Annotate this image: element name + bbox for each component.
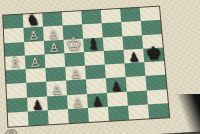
piece-white-pawn-c7: ♙ <box>48 28 59 40</box>
square-e6: ♝ <box>83 37 104 52</box>
piece-white-pawn-b5: ♙ <box>30 57 41 69</box>
square-h1 <box>148 103 169 118</box>
piece-black-pawn-b2: ♟ <box>32 98 43 111</box>
square-g1 <box>128 104 149 119</box>
square-e4 <box>85 65 106 80</box>
chess-board-mat: ♞♙♙♙♔♝♗♙♟♚♙♙♟♟♙♟ <box>0 0 200 134</box>
square-f5 <box>104 50 125 65</box>
board-logo-stamp <box>5 129 16 134</box>
square-a6 <box>4 42 24 57</box>
piece-white-pawn-c6: ♙ <box>48 42 59 54</box>
piece-black-pawn-g5: ♟ <box>128 51 140 63</box>
square-e5 <box>84 51 105 66</box>
square-a2 <box>7 97 28 112</box>
square-g6 <box>122 35 143 50</box>
square-b7: ♙ <box>23 27 43 42</box>
square-e7 <box>82 23 103 38</box>
square-g4 <box>125 62 146 77</box>
piece-white-pawn-c3: ♙ <box>51 83 62 95</box>
square-f8 <box>101 9 122 24</box>
piece-white-pawn-d4: ♙ <box>70 68 81 80</box>
board-photo-scene: ♞♙♙♙♔♝♗♙♟♚♙♙♟♟♙♟ <box>0 0 200 134</box>
square-f6 <box>103 36 124 51</box>
square-d3 <box>66 80 87 95</box>
square-h6 <box>142 34 163 49</box>
square-c3: ♙ <box>46 81 67 96</box>
square-c1 <box>48 109 69 124</box>
square-b4 <box>26 68 47 83</box>
square-d1 <box>68 108 89 123</box>
square-c8 <box>42 12 62 27</box>
piece-black-pawn-f3: ♟ <box>111 80 123 92</box>
square-b5: ♙ <box>25 54 46 69</box>
square-f4 <box>105 63 126 78</box>
piece-black-bishop-e6: ♝ <box>86 37 100 52</box>
piece-white-pawn-b7: ♙ <box>28 29 39 41</box>
square-c5 <box>45 53 66 68</box>
square-d7 <box>63 25 84 40</box>
square-b3 <box>26 82 47 97</box>
square-g8 <box>120 8 141 23</box>
square-g7 <box>121 21 142 36</box>
piece-white-pawn-d2: ♙ <box>72 96 84 109</box>
square-c4 <box>45 67 66 82</box>
square-c7: ♙ <box>43 26 63 41</box>
square-e8 <box>81 10 101 25</box>
square-b2: ♟ <box>27 96 48 111</box>
table-edge-shadow <box>174 94 200 134</box>
square-h3 <box>145 75 166 90</box>
square-h2 <box>147 89 168 104</box>
square-e2: ♟ <box>87 92 108 107</box>
square-c2 <box>47 95 68 110</box>
square-b8: ♞ <box>23 13 43 28</box>
square-f1 <box>108 105 129 120</box>
square-d4: ♙ <box>65 66 86 81</box>
square-f7 <box>102 22 123 37</box>
square-h5: ♚ <box>143 47 164 62</box>
square-d6: ♔ <box>63 38 84 53</box>
square-f2 <box>107 91 128 106</box>
square-a5: ♗ <box>5 55 25 70</box>
square-g2 <box>127 90 148 105</box>
square-b6 <box>24 40 44 55</box>
square-g5: ♟ <box>123 48 144 63</box>
square-d5 <box>64 52 85 67</box>
square-d8 <box>62 11 82 26</box>
square-h7 <box>141 20 162 35</box>
square-a1 <box>8 111 29 126</box>
square-h8 <box>140 7 161 22</box>
piece-black-knight-b8: ♞ <box>26 13 40 28</box>
square-d2: ♙ <box>67 94 88 109</box>
square-h4 <box>144 61 165 76</box>
chess-board: ♞♙♙♙♔♝♗♙♟♚♙♙♟♟♙♟ <box>2 6 170 128</box>
square-e1 <box>88 107 109 122</box>
piece-white-bishop-a5: ♗ <box>8 55 22 70</box>
square-e3 <box>86 78 107 93</box>
square-a8 <box>3 14 23 29</box>
square-a7 <box>4 28 24 43</box>
square-a4 <box>6 69 27 84</box>
piece-black-pawn-e2: ♟ <box>92 95 104 108</box>
square-g3 <box>126 76 147 91</box>
square-a3 <box>6 83 27 98</box>
square-f3: ♟ <box>106 77 127 92</box>
square-b1 <box>28 110 49 125</box>
square-c6: ♙ <box>44 39 65 54</box>
